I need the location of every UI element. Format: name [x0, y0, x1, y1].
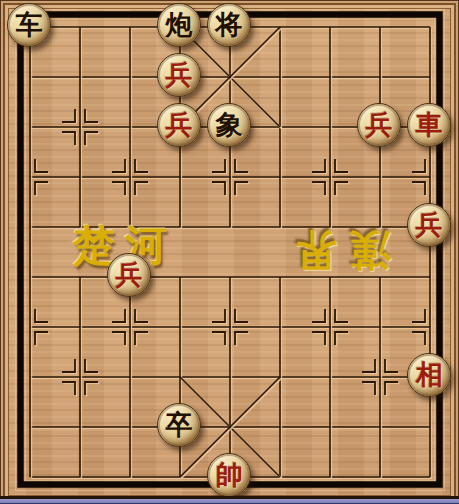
- piece-glyph: 卒: [166, 411, 193, 438]
- pieces-layer: 车炮将兵兵象兵車兵兵相卒帥: [0, 0, 459, 504]
- piece-red-soldier-1[interactable]: 兵: [157, 53, 201, 97]
- xiangqi-board: 楚河 漢界 车炮将兵兵象兵車兵兵相卒帥: [0, 0, 459, 504]
- piece-glyph: 兵: [366, 111, 393, 138]
- piece-red-soldier-5[interactable]: 兵: [107, 253, 151, 297]
- piece-red-soldier-4[interactable]: 兵: [407, 203, 451, 247]
- piece-glyph: 車: [416, 111, 443, 138]
- piece-glyph: 兵: [166, 111, 193, 138]
- piece-black-elephant[interactable]: 象: [207, 103, 251, 147]
- piece-black-soldier[interactable]: 卒: [157, 403, 201, 447]
- piece-red-elephant[interactable]: 相: [407, 353, 451, 397]
- piece-glyph: 炮: [166, 11, 193, 38]
- piece-glyph: 车: [16, 11, 43, 38]
- piece-red-general[interactable]: 帥: [207, 453, 251, 497]
- piece-black-cannon[interactable]: 炮: [157, 3, 201, 47]
- piece-red-chariot[interactable]: 車: [407, 103, 451, 147]
- piece-glyph: 帥: [216, 461, 243, 488]
- piece-red-soldier-3[interactable]: 兵: [357, 103, 401, 147]
- piece-glyph: 兵: [166, 61, 193, 88]
- piece-black-general[interactable]: 将: [207, 3, 251, 47]
- piece-glyph: 象: [216, 111, 243, 138]
- piece-glyph: 兵: [116, 261, 143, 288]
- piece-glyph: 将: [216, 11, 243, 38]
- piece-glyph: 兵: [416, 211, 443, 238]
- piece-glyph: 相: [416, 361, 443, 388]
- piece-black-chariot[interactable]: 车: [7, 3, 51, 47]
- piece-red-soldier-2[interactable]: 兵: [157, 103, 201, 147]
